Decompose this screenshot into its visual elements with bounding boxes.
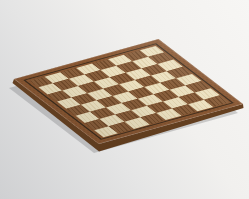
chess-board bbox=[14, 39, 243, 144]
product-photo-scene bbox=[0, 0, 249, 199]
